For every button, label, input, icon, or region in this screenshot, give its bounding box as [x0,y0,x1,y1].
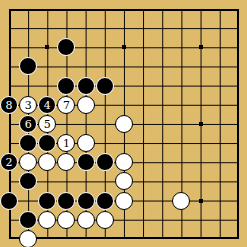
intersection-6-12[interactable] [114,229,133,247]
intersection-6-8[interactable] [114,153,133,172]
intersection-2-0[interactable] [38,0,57,19]
intersection-6-4[interactable] [114,76,133,95]
intersection-11-7[interactable] [210,134,229,153]
white-stone [38,211,56,229]
intersection-3-0[interactable] [57,0,76,19]
intersection-3-9[interactable] [57,172,76,191]
intersection-6-1[interactable] [114,19,133,38]
intersection-1-10[interactable] [19,191,38,210]
black-stone [19,172,37,190]
move-number-label: 1 [63,138,70,149]
intersection-10-7[interactable] [191,134,210,153]
intersection-0-8[interactable]: 2 [0,153,19,172]
white-stone [77,134,95,152]
white-stone [19,230,37,247]
intersection-10-12[interactable] [191,229,210,247]
intersection-8-7[interactable] [153,134,172,153]
intersection-7-1[interactable] [134,19,153,38]
black-stone [77,153,95,171]
intersection-12-12[interactable] [229,229,247,247]
intersection-11-8[interactable] [210,153,229,172]
intersection-12-4[interactable] [229,76,247,95]
intersection-0-4[interactable] [0,76,19,95]
intersection-4-10[interactable] [76,191,95,210]
intersection-1-7[interactable] [19,134,38,153]
black-stone [96,77,114,95]
intersection-3-5[interactable]: 7 [57,95,76,114]
white-stone [57,211,75,229]
intersection-0-6[interactable] [0,114,19,133]
intersection-4-4[interactable] [76,76,95,95]
intersection-0-11[interactable] [0,210,19,229]
intersection-4-11[interactable] [76,210,95,229]
intersection-3-10[interactable] [57,191,76,210]
intersection-6-0[interactable] [114,0,133,19]
intersection-12-11[interactable] [229,210,247,229]
intersection-12-7[interactable] [229,134,247,153]
intersection-7-7[interactable] [134,134,153,153]
white-stone [77,211,95,229]
intersection-3-8[interactable] [57,153,76,172]
intersection-4-7[interactable] [76,134,95,153]
move-number-label: 5 [44,119,51,130]
intersection-9-4[interactable] [172,76,191,95]
board-intersections: 83476512 [0,0,247,247]
black-stone [77,192,95,210]
white-stone [115,192,133,210]
intersection-9-5[interactable] [172,95,191,114]
intersection-9-10[interactable] [172,191,191,210]
intersection-6-3[interactable] [114,57,133,76]
white-stone: 7 [57,96,75,114]
intersection-7-8[interactable] [134,153,153,172]
white-stone [172,192,190,210]
intersection-11-9[interactable] [210,172,229,191]
black-stone [19,57,37,75]
intersection-7-4[interactable] [134,76,153,95]
black-stone [77,77,95,95]
white-stone [96,211,114,229]
intersection-4-12[interactable] [76,229,95,247]
intersection-4-1[interactable] [76,19,95,38]
white-stone: 5 [38,115,56,133]
intersection-12-2[interactable] [229,38,247,57]
intersection-4-2[interactable] [76,38,95,57]
black-stone [96,192,114,210]
intersection-2-4[interactable] [38,76,57,95]
intersection-10-11[interactable] [191,210,210,229]
intersection-4-3[interactable] [76,57,95,76]
intersection-2-10[interactable] [38,191,57,210]
intersection-11-0[interactable] [210,0,229,19]
black-stone: 8 [0,96,18,114]
intersection-0-3[interactable] [0,57,19,76]
intersection-7-0[interactable] [134,0,153,19]
intersection-9-8[interactable] [172,153,191,172]
intersection-3-2[interactable] [57,38,76,57]
intersection-5-8[interactable] [95,153,114,172]
intersection-2-3[interactable] [38,57,57,76]
intersection-11-12[interactable] [210,229,229,247]
black-stone: 6 [19,115,37,133]
intersection-10-10[interactable] [191,191,210,210]
intersection-11-2[interactable] [210,38,229,57]
intersection-5-12[interactable] [95,229,114,247]
white-stone: 1 [57,134,75,152]
intersection-6-7[interactable] [114,134,133,153]
intersection-3-11[interactable] [57,210,76,229]
intersection-5-10[interactable] [95,191,114,210]
intersection-2-11[interactable] [38,210,57,229]
intersection-8-4[interactable] [153,76,172,95]
intersection-1-11[interactable] [19,210,38,229]
intersection-0-5[interactable]: 8 [0,95,19,114]
intersection-7-11[interactable] [134,210,153,229]
intersection-8-8[interactable] [153,153,172,172]
intersection-1-4[interactable] [19,76,38,95]
black-stone [96,153,114,171]
intersection-12-6[interactable] [229,114,247,133]
intersection-6-6[interactable] [114,114,133,133]
intersection-10-1[interactable] [191,19,210,38]
intersection-1-6[interactable]: 6 [19,114,38,133]
black-stone [19,134,37,152]
intersection-0-0[interactable] [0,0,19,19]
intersection-5-7[interactable] [95,134,114,153]
intersection-6-11[interactable] [114,210,133,229]
intersection-10-5[interactable] [191,95,210,114]
intersection-12-10[interactable] [229,191,247,210]
intersection-5-6[interactable] [95,114,114,133]
intersection-7-12[interactable] [134,229,153,247]
move-number-label: 8 [5,100,12,111]
intersection-10-0[interactable] [191,0,210,19]
intersection-11-4[interactable] [210,76,229,95]
black-stone [57,192,75,210]
intersection-8-5[interactable] [153,95,172,114]
intersection-7-6[interactable] [134,114,153,133]
intersection-5-11[interactable] [95,210,114,229]
move-number-label: 3 [25,100,32,111]
intersection-3-7[interactable]: 1 [57,134,76,153]
intersection-2-7[interactable] [38,134,57,153]
white-stone [115,115,133,133]
intersection-5-0[interactable] [95,0,114,19]
move-number-label: 4 [44,100,51,111]
black-stone [57,77,75,95]
black-stone [57,38,75,56]
intersection-4-9[interactable] [76,172,95,191]
intersection-1-9[interactable] [19,172,38,191]
intersection-12-1[interactable] [229,19,247,38]
intersection-4-5[interactable] [76,95,95,114]
black-stone: 2 [0,153,18,171]
intersection-5-4[interactable] [95,76,114,95]
intersection-8-11[interactable] [153,210,172,229]
intersection-3-6[interactable] [57,114,76,133]
intersection-5-9[interactable] [95,172,114,191]
intersection-8-9[interactable] [153,172,172,191]
intersection-10-4[interactable] [191,76,210,95]
intersection-1-1[interactable] [19,19,38,38]
intersection-1-8[interactable] [19,153,38,172]
intersection-7-9[interactable] [134,172,153,191]
intersection-2-2[interactable] [38,38,57,57]
white-stone: 3 [19,96,37,114]
intersection-10-9[interactable] [191,172,210,191]
black-stone [19,211,37,229]
intersection-7-2[interactable] [134,38,153,57]
black-stone: 4 [38,96,56,114]
intersection-3-4[interactable] [57,76,76,95]
intersection-5-3[interactable] [95,57,114,76]
intersection-8-2[interactable] [153,38,172,57]
intersection-6-9[interactable] [114,172,133,191]
black-stone [0,192,18,210]
intersection-11-1[interactable] [210,19,229,38]
intersection-9-7[interactable] [172,134,191,153]
intersection-9-12[interactable] [172,229,191,247]
intersection-0-2[interactable] [0,38,19,57]
white-stone [115,153,133,171]
intersection-9-6[interactable] [172,114,191,133]
black-stone [38,192,56,210]
white-stone [115,172,133,190]
intersection-0-10[interactable] [0,191,19,210]
intersection-4-0[interactable] [76,0,95,19]
intersection-3-12[interactable] [57,229,76,247]
intersection-5-2[interactable] [95,38,114,57]
intersection-10-3[interactable] [191,57,210,76]
intersection-1-3[interactable] [19,57,38,76]
intersection-9-0[interactable] [172,0,191,19]
intersection-4-8[interactable] [76,153,95,172]
intersection-9-11[interactable] [172,210,191,229]
intersection-9-9[interactable] [172,172,191,191]
intersection-1-12[interactable] [19,229,38,247]
intersection-10-6[interactable] [191,114,210,133]
intersection-12-3[interactable] [229,57,247,76]
intersection-1-2[interactable] [19,38,38,57]
intersection-8-12[interactable] [153,229,172,247]
intersection-1-5[interactable]: 3 [19,95,38,114]
intersection-9-1[interactable] [172,19,191,38]
intersection-2-8[interactable] [38,153,57,172]
intersection-2-5[interactable]: 4 [38,95,57,114]
white-stone [19,153,37,171]
intersection-7-10[interactable] [134,191,153,210]
go-board: 83476512 [0,0,247,247]
intersection-1-0[interactable] [19,0,38,19]
white-stone [38,153,56,171]
intersection-0-1[interactable] [0,19,19,38]
white-stone [77,96,95,114]
intersection-0-9[interactable] [0,172,19,191]
intersection-8-1[interactable] [153,19,172,38]
intersection-12-5[interactable] [229,95,247,114]
move-number-label: 7 [63,100,70,111]
intersection-0-7[interactable] [0,134,19,153]
intersection-6-10[interactable] [114,191,133,210]
intersection-2-1[interactable] [38,19,57,38]
intersection-11-6[interactable] [210,114,229,133]
intersection-11-10[interactable] [210,191,229,210]
intersection-5-5[interactable] [95,95,114,114]
intersection-8-10[interactable] [153,191,172,210]
intersection-6-5[interactable] [114,95,133,114]
intersection-12-9[interactable] [229,172,247,191]
intersection-10-8[interactable] [191,153,210,172]
white-stone [57,153,75,171]
intersection-3-3[interactable] [57,57,76,76]
intersection-11-5[interactable] [210,95,229,114]
intersection-9-2[interactable] [172,38,191,57]
intersection-2-9[interactable] [38,172,57,191]
intersection-4-6[interactable] [76,114,95,133]
intersection-11-3[interactable] [210,57,229,76]
intersection-2-6[interactable]: 5 [38,114,57,133]
intersection-12-8[interactable] [229,153,247,172]
black-stone [38,134,56,152]
move-number-label: 6 [25,119,32,130]
intersection-8-0[interactable] [153,0,172,19]
intersection-3-1[interactable] [57,19,76,38]
intersection-6-2[interactable] [114,38,133,57]
intersection-9-3[interactable] [172,57,191,76]
intersection-8-3[interactable] [153,57,172,76]
intersection-12-0[interactable] [229,0,247,19]
intersection-7-3[interactable] [134,57,153,76]
move-number-label: 2 [5,157,12,168]
intersection-0-12[interactable] [0,229,19,247]
intersection-5-1[interactable] [95,19,114,38]
intersection-10-2[interactable] [191,38,210,57]
intersection-2-12[interactable] [38,229,57,247]
intersection-7-5[interactable] [134,95,153,114]
intersection-8-6[interactable] [153,114,172,133]
intersection-11-11[interactable] [210,210,229,229]
